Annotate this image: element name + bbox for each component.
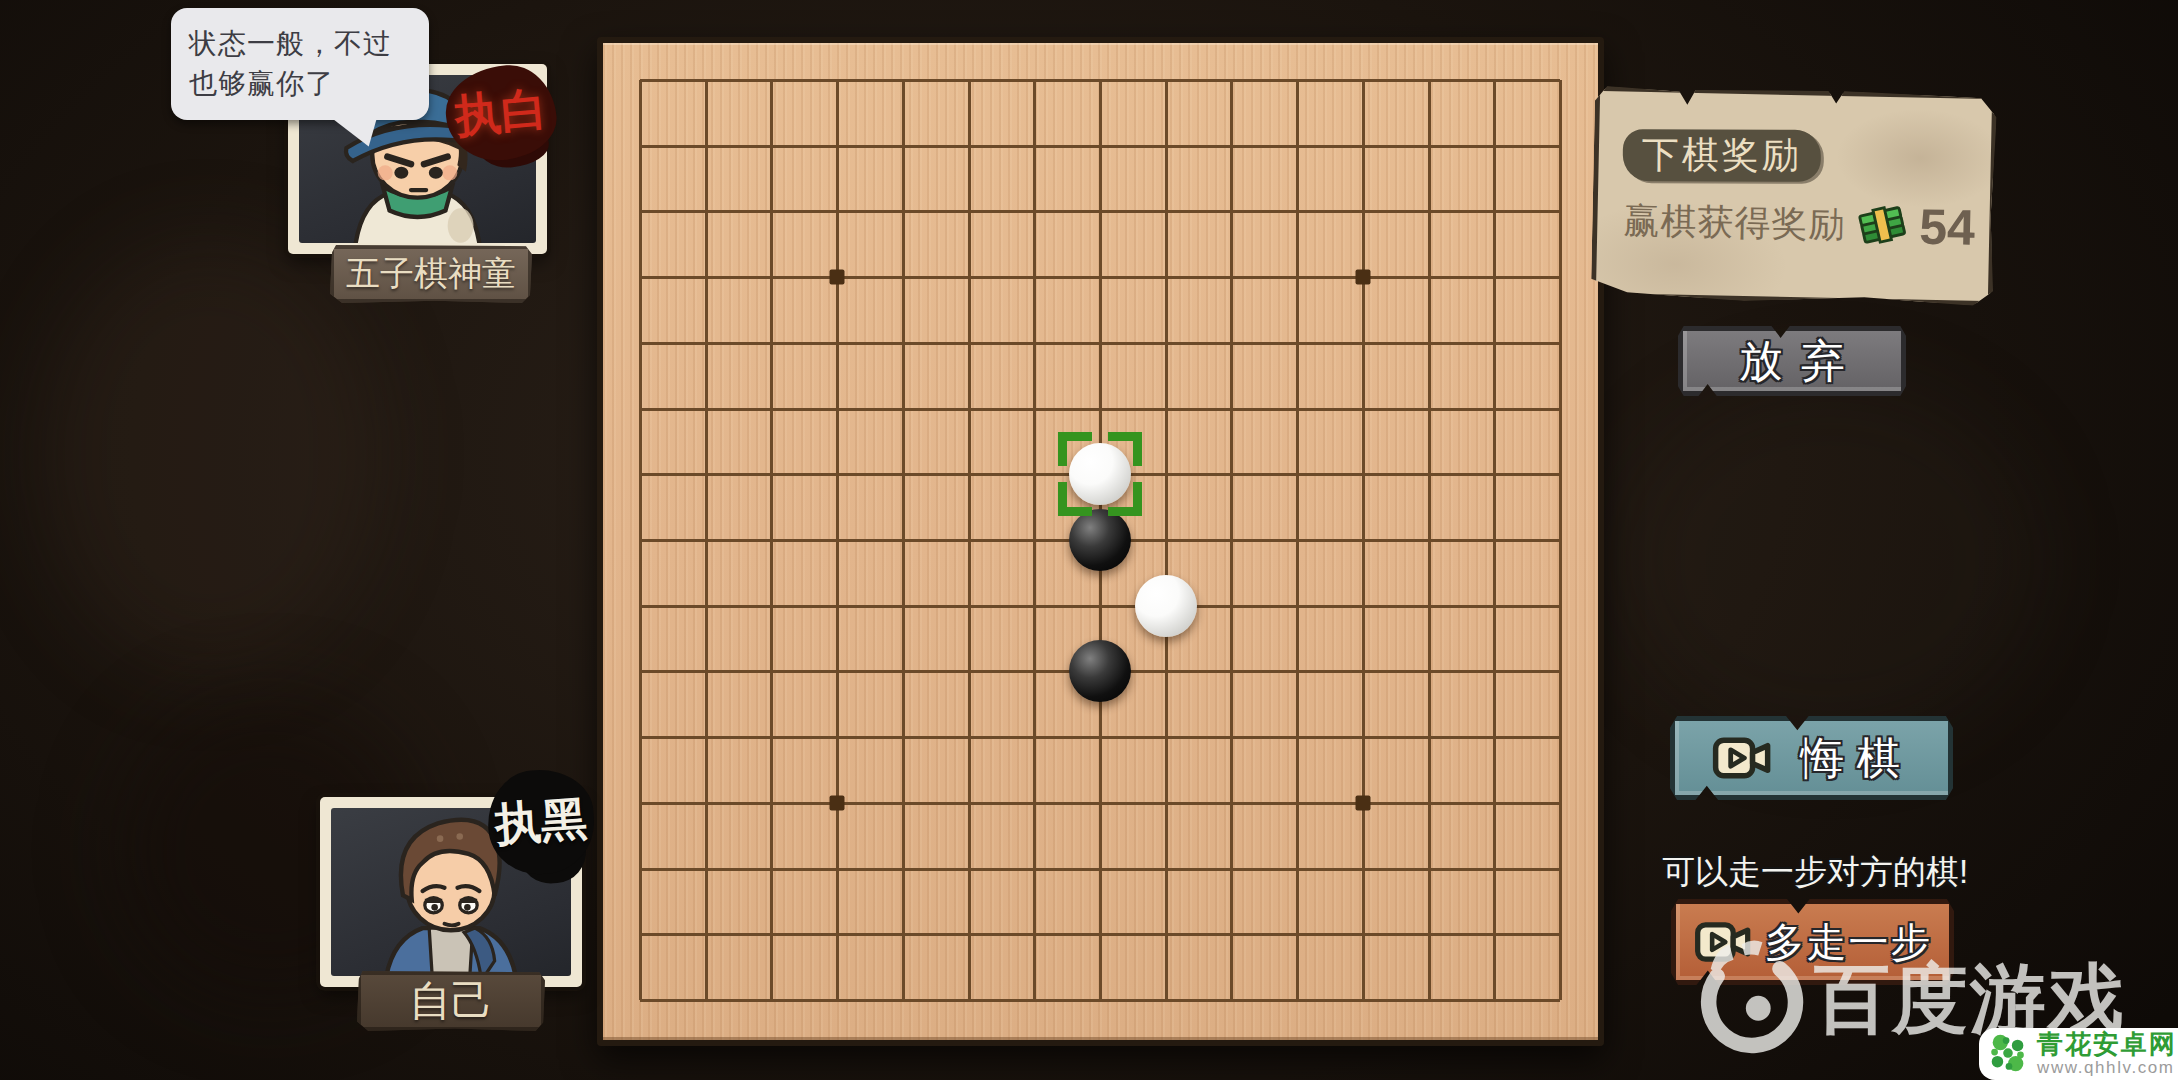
grid-line: [1428, 80, 1431, 1000]
grid-line: [640, 802, 1560, 805]
site-url: www.qhhlv.com: [2037, 1059, 2177, 1077]
reward-line-text: 赢棋获得奖励: [1623, 196, 1846, 250]
opponent-nameplate: 五子棋神童: [330, 245, 532, 303]
grid-line: [1493, 80, 1496, 1000]
star-point: [1355, 270, 1370, 285]
opponent-name: 五子棋神童: [346, 251, 516, 297]
star-point: [830, 795, 845, 810]
game-screen: 执白 五子棋神童 状态一般，不过也够赢你了: [0, 0, 2178, 1080]
video-ad-icon: [1711, 732, 1775, 784]
extra-move-hint: 可以走一步对方的棋!: [1650, 850, 1980, 895]
star-point: [1355, 795, 1370, 810]
cash-stack-icon: [1855, 201, 1910, 250]
opponent-side-badge-label: 执白: [452, 78, 549, 148]
player-nameplate: 自己: [357, 971, 545, 1031]
grid-line: [640, 605, 1560, 608]
give-up-button[interactable]: 放弃: [1678, 326, 1906, 396]
extra-move-button[interactable]: 多走一步: [1671, 899, 1954, 985]
grid-line: [1165, 80, 1168, 1000]
star-point: [830, 270, 845, 285]
grid-line: [1230, 80, 1233, 1000]
undo-move-button[interactable]: 悔棋: [1670, 716, 1953, 800]
grid-line: [1296, 80, 1299, 1000]
game-board[interactable]: [597, 37, 1604, 1046]
grid-line: [640, 736, 1560, 739]
site-watermark: 青花安卓网 www.qhhlv.com: [1979, 1028, 2178, 1080]
board-grid: [640, 80, 1560, 1000]
reward-amount: 54: [1919, 198, 1976, 257]
video-ad-icon: [1693, 917, 1755, 967]
stone-black: [1069, 509, 1131, 571]
site-clover-icon: [1985, 1031, 2031, 1077]
grid-line: [640, 999, 1560, 1002]
give-up-label: 放弃: [1721, 332, 1863, 391]
opponent-speech-bubble: 状态一般，不过也够赢你了: [171, 8, 429, 120]
player-name: 自己: [409, 973, 493, 1029]
grid-line: [640, 933, 1560, 936]
stone-white: [1135, 575, 1197, 637]
background-texture: [1620, 380, 2040, 740]
undo-label: 悔棋: [1789, 729, 1913, 788]
background-texture: [40, 240, 380, 670]
grid-line: [640, 868, 1560, 871]
site-name: 青花安卓网: [2037, 1031, 2177, 1058]
player-side-badge-label: 执黑: [493, 788, 589, 856]
stone-black: [1069, 640, 1131, 702]
grid-line: [1559, 80, 1562, 1000]
opponent-speech-text: 状态一般，不过也够赢你了: [189, 28, 392, 99]
grid-line: [1362, 80, 1365, 1000]
reward-note-title: 下棋奖励: [1642, 130, 1802, 181]
extra-move-label: 多走一步: [1765, 915, 1933, 970]
reward-note-title-banner: 下棋奖励: [1623, 129, 1821, 182]
reward-line: 赢棋获得奖励 54: [1623, 189, 1976, 258]
last-move-marker: [1058, 432, 1142, 516]
reward-note: 下棋奖励 赢棋获得奖励 54: [1591, 86, 1997, 306]
